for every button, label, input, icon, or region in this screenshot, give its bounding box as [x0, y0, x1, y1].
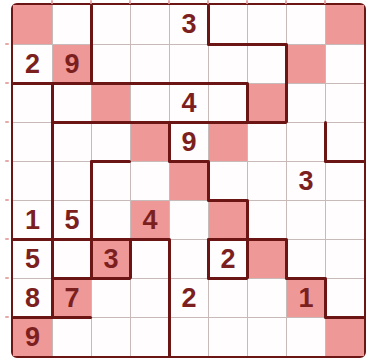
tick-mark — [324, 0, 326, 4]
cell-r2c9[interactable] — [325, 44, 364, 83]
cell-r3c1[interactable] — [13, 83, 52, 122]
cell-r5c5[interactable] — [169, 161, 208, 200]
given-digit: 2 — [181, 285, 196, 312]
cell-r6c7[interactable] — [247, 200, 286, 239]
cell-r3c3[interactable] — [91, 83, 130, 122]
cell-r5c8[interactable]: 3 — [286, 161, 325, 200]
cell-r3c7[interactable] — [247, 83, 286, 122]
cell-r9c4[interactable] — [130, 317, 169, 356]
cell-r6c1[interactable]: 1 — [13, 200, 52, 239]
given-digit: 9 — [181, 129, 196, 156]
cell-r7c1[interactable]: 5 — [13, 239, 52, 278]
given-digit: 5 — [64, 207, 79, 234]
cell-r1c9[interactable] — [325, 5, 364, 44]
cell-r5c6[interactable] — [208, 161, 247, 200]
cell-r9c2[interactable] — [52, 317, 91, 356]
cell-r3c2[interactable] — [52, 83, 91, 122]
cell-r6c9[interactable] — [325, 200, 364, 239]
tick-mark — [5, 82, 9, 84]
tick-mark — [5, 316, 9, 318]
tick-mark — [129, 0, 131, 4]
cell-r3c6[interactable] — [208, 83, 247, 122]
cell-r8c9[interactable] — [325, 278, 364, 317]
tick-mark — [5, 160, 9, 162]
cell-r6c8[interactable] — [286, 200, 325, 239]
cell-r4c6[interactable] — [208, 122, 247, 161]
cell-r7c7[interactable] — [247, 239, 286, 278]
cell-r8c7[interactable] — [247, 278, 286, 317]
given-digit: 5 — [25, 246, 40, 273]
tick-mark — [246, 0, 248, 4]
cell-r2c7[interactable] — [247, 44, 286, 83]
given-digit: 9 — [64, 51, 79, 78]
cell-r5c1[interactable] — [13, 161, 52, 200]
cell-r7c9[interactable] — [325, 239, 364, 278]
cell-r9c1[interactable]: 9 — [13, 317, 52, 356]
cell-r4c7[interactable] — [247, 122, 286, 161]
cell-r8c5[interactable]: 2 — [169, 278, 208, 317]
tick-mark — [5, 238, 9, 240]
cell-r7c4[interactable] — [130, 239, 169, 278]
cell-r9c9[interactable] — [325, 317, 364, 356]
tick-mark — [51, 0, 53, 4]
given-digit: 2 — [220, 246, 235, 273]
cell-r2c8[interactable] — [286, 44, 325, 83]
given-digit: 3 — [181, 11, 196, 38]
cell-r8c1[interactable]: 8 — [13, 278, 52, 317]
cell-r4c9[interactable] — [325, 122, 364, 161]
tick-mark — [207, 0, 209, 4]
cell-r9c3[interactable] — [91, 317, 130, 356]
cell-r2c3[interactable] — [91, 44, 130, 83]
cell-r2c6[interactable] — [208, 44, 247, 83]
cell-r1c1[interactable] — [13, 5, 52, 44]
cell-r6c3[interactable] — [91, 200, 130, 239]
given-digit: 9 — [25, 324, 40, 351]
cell-r9c5[interactable] — [169, 317, 208, 356]
cell-r4c5[interactable]: 9 — [169, 122, 208, 161]
cell-r4c1[interactable] — [13, 122, 52, 161]
cell-r5c3[interactable] — [91, 161, 130, 200]
cell-r9c6[interactable] — [208, 317, 247, 356]
cell-r4c3[interactable] — [91, 122, 130, 161]
cell-r9c7[interactable] — [247, 317, 286, 356]
cell-r8c8[interactable]: 1 — [286, 278, 325, 317]
cell-r1c7[interactable] — [247, 5, 286, 44]
cell-r7c3[interactable]: 3 — [91, 239, 130, 278]
cell-r3c5[interactable]: 4 — [169, 83, 208, 122]
cell-r4c4[interactable] — [130, 122, 169, 161]
cell-r5c9[interactable] — [325, 161, 364, 200]
tick-mark — [5, 121, 9, 123]
cell-r1c2[interactable] — [52, 5, 91, 44]
cell-r6c4[interactable]: 4 — [130, 200, 169, 239]
cell-r8c2[interactable]: 7 — [52, 278, 91, 317]
cell-r2c2[interactable]: 9 — [52, 44, 91, 83]
cell-r5c2[interactable] — [52, 161, 91, 200]
cell-r3c8[interactable] — [286, 83, 325, 122]
given-digit: 3 — [298, 168, 313, 195]
cell-r1c6[interactable] — [208, 5, 247, 44]
cell-r7c2[interactable] — [52, 239, 91, 278]
tick-mark — [5, 43, 9, 45]
cell-r2c4[interactable] — [130, 44, 169, 83]
tick-mark — [90, 0, 92, 4]
cell-r1c5[interactable]: 3 — [169, 5, 208, 44]
cell-r3c9[interactable] — [325, 83, 364, 122]
cell-r1c3[interactable] — [91, 5, 130, 44]
cell-r6c2[interactable]: 5 — [52, 200, 91, 239]
cell-r8c4[interactable] — [130, 278, 169, 317]
cell-r4c8[interactable] — [286, 122, 325, 161]
cell-r9c8[interactable] — [286, 317, 325, 356]
cell-r6c6[interactable] — [208, 200, 247, 239]
cell-r4c2[interactable] — [52, 122, 91, 161]
cell-r1c4[interactable] — [130, 5, 169, 44]
cell-r8c6[interactable] — [208, 278, 247, 317]
cell-r3c4[interactable] — [130, 83, 169, 122]
cell-r7c8[interactable] — [286, 239, 325, 278]
cell-r1c8[interactable] — [286, 5, 325, 44]
cell-r8c3[interactable] — [91, 278, 130, 317]
cell-r6c5[interactable] — [169, 200, 208, 239]
tick-mark — [5, 277, 9, 279]
puzzle-board: 32949315453287219 — [11, 3, 366, 358]
cell-r5c4[interactable] — [130, 161, 169, 200]
given-digit: 3 — [103, 246, 118, 273]
given-digit: 7 — [64, 285, 79, 312]
given-digit: 1 — [25, 207, 40, 234]
cell-r2c5[interactable] — [169, 44, 208, 83]
cell-r5c7[interactable] — [247, 161, 286, 200]
given-digit: 1 — [298, 285, 313, 312]
tick-mark — [5, 199, 9, 201]
tick-mark — [285, 0, 287, 4]
given-digit: 4 — [181, 90, 196, 117]
cell-r2c1[interactable]: 2 — [13, 44, 52, 83]
given-digit: 2 — [25, 51, 40, 78]
cell-r7c6[interactable]: 2 — [208, 239, 247, 278]
given-digit: 4 — [142, 207, 157, 234]
given-digit: 8 — [25, 285, 40, 312]
cell-r7c5[interactable] — [169, 239, 208, 278]
tick-mark — [168, 0, 170, 4]
